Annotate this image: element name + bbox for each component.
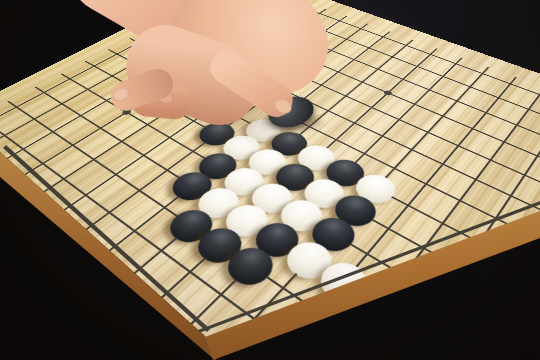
background — [0, 0, 540, 360]
board-point[interactable] — [431, 327, 497, 360]
board-point[interactable] — [118, 330, 188, 360]
board-point[interactable] — [19, 312, 88, 360]
board-point[interactable] — [0, 319, 19, 360]
board-point[interactable] — [0, 345, 46, 360]
board-point[interactable] — [364, 334, 432, 360]
board-point[interactable] — [0, 288, 60, 345]
board-point[interactable] — [0, 202, 25, 244]
board-point[interactable] — [473, 266, 533, 319]
board-point[interactable] — [0, 245, 10, 294]
board-point[interactable] — [10, 239, 71, 288]
board-point[interactable] — [477, 354, 540, 360]
board-point[interactable] — [88, 305, 156, 360]
board-point[interactable] — [0, 265, 34, 318]
board-point[interactable] — [498, 320, 540, 360]
board-point[interactable] — [0, 186, 4, 226]
scene — [0, 0, 540, 360]
board-point[interactable] — [532, 260, 540, 312]
board-point[interactable] — [34, 259, 97, 311]
board-point[interactable] — [453, 295, 516, 354]
board-point[interactable] — [0, 220, 47, 265]
board-point[interactable] — [60, 281, 125, 337]
board-point[interactable] — [294, 342, 363, 360]
board-point[interactable] — [389, 302, 453, 360]
board-point[interactable] — [516, 289, 540, 347]
board-point[interactable] — [324, 309, 389, 360]
board-point[interactable] — [46, 337, 118, 360]
